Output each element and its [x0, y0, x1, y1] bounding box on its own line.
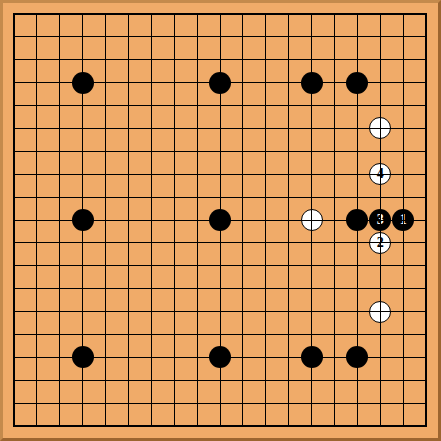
go-board: 4312 [0, 0, 441, 441]
grid-line-vertical [334, 13, 335, 427]
grid-line-vertical [288, 13, 289, 427]
grid-line-horizontal [13, 265, 427, 266]
grid-line-vertical [311, 13, 312, 427]
grid-line-horizontal [13, 334, 427, 335]
grid-line-horizontal [13, 288, 427, 289]
grid-line-vertical [403, 13, 404, 427]
grid-line-horizontal [13, 403, 427, 404]
grid-line-horizontal [13, 220, 427, 221]
grid-line-vertical [242, 13, 243, 427]
grid-line-vertical [357, 13, 358, 427]
grid-line-horizontal [13, 242, 427, 243]
grid-line-horizontal [13, 357, 427, 358]
grid-line-horizontal [13, 380, 427, 381]
grid-line-horizontal [13, 311, 427, 312]
grid-line-vertical [380, 13, 381, 427]
grid-line-vertical [265, 13, 266, 427]
